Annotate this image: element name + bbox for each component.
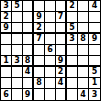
cell-r5c4[interactable] [34,45,45,56]
cell-r7c3[interactable]: 4 [23,67,34,78]
cell-r3c4[interactable]: 2 [34,23,45,34]
cell-r5c2[interactable] [12,45,23,56]
cell-r8c6[interactable]: 4 [56,78,67,89]
sudoku-board: 35242979257389613894258416943 [0,0,101,101]
cell-r5c6[interactable] [56,45,67,56]
cell-r7c5[interactable] [45,67,56,78]
cell-r1c3[interactable] [23,1,34,12]
cell-r1c5[interactable] [45,1,56,12]
cell-r9c4[interactable] [34,89,45,100]
cell-r9c5[interactable] [45,89,56,100]
cell-r9c9[interactable]: 3 [89,89,100,100]
cell-r3c3[interactable] [23,23,34,34]
cell-r4c8[interactable]: 8 [78,34,89,45]
cell-r3c6[interactable] [56,23,67,34]
cell-r4c6[interactable] [56,34,67,45]
cell-r8c1[interactable] [1,78,12,89]
cell-r7c1[interactable] [1,67,12,78]
cell-r5c9[interactable] [89,45,100,56]
cell-r4c1[interactable] [1,34,12,45]
cell-r3c7[interactable]: 5 [67,23,78,34]
cell-r8c2[interactable] [12,78,23,89]
cell-r2c3[interactable] [23,12,34,23]
cell-r3c2[interactable] [12,23,23,34]
cell-r3c8[interactable] [78,23,89,34]
cell-r4c4[interactable]: 7 [34,34,45,45]
cell-r8c7[interactable] [67,78,78,89]
cell-r1c1[interactable]: 3 [1,1,12,12]
cell-r9c1[interactable]: 6 [1,89,12,100]
cell-r5c8[interactable] [78,45,89,56]
cell-r6c8[interactable] [78,56,89,67]
cell-r8c4[interactable]: 8 [34,78,45,89]
cell-r7c7[interactable] [67,67,78,78]
cell-r1c8[interactable] [78,1,89,12]
cell-r7c6[interactable]: 2 [56,67,67,78]
cell-r8c3[interactable] [23,78,34,89]
cell-r6c7[interactable] [67,56,78,67]
cell-r2c1[interactable]: 2 [1,12,12,23]
cell-r4c3[interactable] [23,34,34,45]
cell-r9c8[interactable]: 4 [78,89,89,100]
cell-r6c5[interactable] [45,56,56,67]
cell-r5c7[interactable] [67,45,78,56]
cell-r6c4[interactable] [34,56,45,67]
cell-r2c6[interactable]: 7 [56,12,67,23]
cell-r2c5[interactable] [45,12,56,23]
cell-r7c4[interactable] [34,67,45,78]
cell-r4c7[interactable]: 3 [67,34,78,45]
cell-r2c7[interactable] [67,12,78,23]
cell-r1c4[interactable] [34,1,45,12]
cell-r5c5[interactable]: 6 [45,45,56,56]
cell-r6c9[interactable] [89,56,100,67]
cell-r2c9[interactable] [89,12,100,23]
cell-r4c9[interactable]: 9 [89,34,100,45]
cell-r1c2[interactable]: 5 [12,1,23,12]
cell-r4c2[interactable] [12,34,23,45]
cell-r9c6[interactable] [56,89,67,100]
cell-r3c9[interactable] [89,23,100,34]
cell-r9c7[interactable] [67,89,78,100]
cell-r3c1[interactable]: 9 [1,23,12,34]
cell-r8c9[interactable]: 1 [89,78,100,89]
cell-r1c9[interactable]: 4 [89,1,100,12]
cell-r1c7[interactable]: 2 [67,1,78,12]
cell-r5c1[interactable] [1,45,12,56]
cell-r6c6[interactable]: 9 [56,56,67,67]
cell-r8c5[interactable] [45,78,56,89]
cell-r7c9[interactable]: 5 [89,67,100,78]
cell-r4c5[interactable] [45,34,56,45]
cell-r1c6[interactable] [56,1,67,12]
cell-r6c3[interactable]: 8 [23,56,34,67]
cell-r6c2[interactable]: 3 [12,56,23,67]
cell-r8c8[interactable] [78,78,89,89]
cell-r2c8[interactable] [78,12,89,23]
cell-r6c1[interactable]: 1 [1,56,12,67]
cell-r9c2[interactable] [12,89,23,100]
cell-r7c2[interactable] [12,67,23,78]
cell-r2c4[interactable]: 9 [34,12,45,23]
cell-r9c3[interactable]: 9 [23,89,34,100]
cell-r3c5[interactable] [45,23,56,34]
cell-r7c8[interactable] [78,67,89,78]
cell-r2c2[interactable] [12,12,23,23]
cell-r5c3[interactable] [23,45,34,56]
